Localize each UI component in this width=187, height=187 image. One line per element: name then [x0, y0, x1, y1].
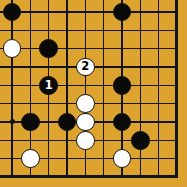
- black-stone: [113, 76, 132, 95]
- grid-line-horizontal: [0, 85, 178, 86]
- go-board[interactable]: 21: [0, 0, 187, 187]
- white-stone: [76, 94, 95, 113]
- white-stone: [3, 39, 22, 58]
- black-stone: [58, 113, 77, 132]
- white-stone: 2: [76, 58, 95, 77]
- grid-line-vertical: [140, 0, 141, 178]
- black-stone: [3, 3, 22, 22]
- grid-line-horizontal: [0, 30, 178, 31]
- grid-line-vertical: [103, 0, 104, 178]
- grid-line-horizontal: [0, 48, 178, 49]
- black-stone: [113, 3, 132, 22]
- grid-line-vertical: [158, 0, 159, 178]
- black-stone: 1: [39, 76, 58, 95]
- white-stone: [76, 131, 95, 150]
- grid-line-vertical: [66, 0, 67, 178]
- black-stone: [131, 131, 150, 150]
- move-label: 2: [81, 61, 89, 73]
- star-point: [10, 119, 15, 124]
- grid-line-vertical: [11, 0, 12, 178]
- black-stone: [39, 39, 58, 58]
- white-stone: [21, 149, 40, 168]
- black-stone: [113, 113, 132, 132]
- board-right-edge: [175, 0, 178, 178]
- white-stone: [113, 149, 132, 168]
- board-bottom-edge: [0, 175, 178, 178]
- grid-line-horizontal: [0, 11, 178, 12]
- grid-line-vertical: [85, 0, 86, 178]
- white-stone: [76, 113, 95, 132]
- move-label: 1: [45, 79, 53, 91]
- black-stone: [21, 113, 40, 132]
